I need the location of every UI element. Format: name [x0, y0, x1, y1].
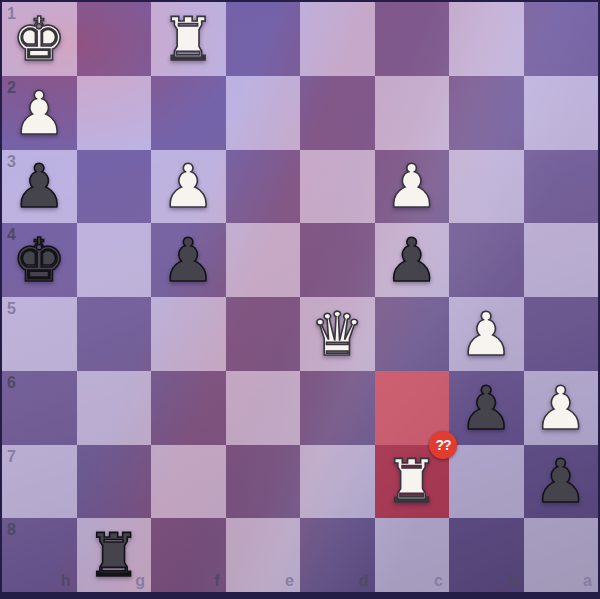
blunder-badge: ?? — [429, 431, 457, 459]
square-f6[interactable] — [151, 371, 226, 445]
white-pawn-piece[interactable]: ♟ — [385, 156, 439, 216]
square-b6[interactable]: ♟ — [449, 371, 524, 445]
white-queen-piece[interactable]: ♛ — [310, 304, 364, 364]
square-b7[interactable] — [449, 445, 524, 519]
black-pawn-piece[interactable]: ♟ — [12, 156, 66, 216]
square-d2[interactable] — [300, 76, 375, 150]
white-pawn-piece[interactable]: ♟ — [12, 83, 66, 143]
chess-board-window: 1♚♜2♟3♟♟♟4♚♟♟5♛♟6♟♟7♜??♟8hg♜fedcba — [0, 0, 600, 599]
square-e2[interactable] — [226, 76, 301, 150]
square-g7[interactable] — [77, 445, 152, 519]
square-g6[interactable] — [77, 371, 152, 445]
file-label-d: d — [359, 573, 369, 589]
file-label-g: g — [135, 573, 145, 589]
black-rook-piece[interactable]: ♜ — [87, 525, 141, 585]
square-h4[interactable]: 4♚ — [2, 223, 77, 297]
square-b3[interactable] — [449, 150, 524, 224]
square-h8[interactable]: 8h — [2, 518, 77, 592]
square-g3[interactable] — [77, 150, 152, 224]
rank-label-2: 2 — [7, 80, 16, 96]
square-b5[interactable]: ♟ — [449, 297, 524, 371]
square-g4[interactable] — [77, 223, 152, 297]
square-g2[interactable] — [77, 76, 152, 150]
square-d6[interactable] — [300, 371, 375, 445]
square-g1[interactable] — [77, 2, 152, 76]
white-pawn-piece[interactable]: ♟ — [161, 156, 215, 216]
black-pawn-piece[interactable]: ♟ — [385, 230, 439, 290]
square-b2[interactable] — [449, 76, 524, 150]
square-h1[interactable]: 1♚ — [2, 2, 77, 76]
square-h7[interactable]: 7 — [2, 445, 77, 519]
square-f5[interactable] — [151, 297, 226, 371]
square-c5[interactable] — [375, 297, 450, 371]
white-pawn-piece[interactable]: ♟ — [534, 378, 588, 438]
square-b8[interactable]: b — [449, 518, 524, 592]
rank-label-3: 3 — [7, 154, 16, 170]
square-b1[interactable] — [449, 2, 524, 76]
black-pawn-piece[interactable]: ♟ — [161, 230, 215, 290]
square-h6[interactable]: 6 — [2, 371, 77, 445]
white-rook-piece[interactable]: ♜ — [161, 9, 215, 69]
square-h5[interactable]: 5 — [2, 297, 77, 371]
square-d8[interactable]: d — [300, 518, 375, 592]
rank-label-6: 6 — [7, 375, 16, 391]
file-label-c: c — [434, 573, 443, 589]
square-a8[interactable]: a — [524, 518, 599, 592]
square-a1[interactable] — [524, 2, 599, 76]
file-label-f: f — [214, 573, 219, 589]
black-pawn-piece[interactable]: ♟ — [459, 378, 513, 438]
rank-label-7: 7 — [7, 449, 16, 465]
file-label-b: b — [508, 573, 518, 589]
square-a4[interactable] — [524, 223, 599, 297]
square-f2[interactable] — [151, 76, 226, 150]
file-label-h: h — [61, 573, 71, 589]
file-label-e: e — [285, 573, 294, 589]
square-e3[interactable] — [226, 150, 301, 224]
square-g5[interactable] — [77, 297, 152, 371]
square-c3[interactable]: ♟ — [375, 150, 450, 224]
square-a5[interactable] — [524, 297, 599, 371]
rank-label-4: 4 — [7, 227, 16, 243]
square-e7[interactable] — [226, 445, 301, 519]
square-d3[interactable] — [300, 150, 375, 224]
square-c8[interactable]: c — [375, 518, 450, 592]
square-a2[interactable] — [524, 76, 599, 150]
square-f8[interactable]: f — [151, 518, 226, 592]
square-b4[interactable] — [449, 223, 524, 297]
black-pawn-piece[interactable]: ♟ — [534, 451, 588, 511]
white-king-piece[interactable]: ♚ — [12, 9, 66, 69]
square-a6[interactable]: ♟ — [524, 371, 599, 445]
white-rook-piece[interactable]: ♜ — [385, 451, 439, 511]
square-d4[interactable] — [300, 223, 375, 297]
square-f3[interactable]: ♟ — [151, 150, 226, 224]
square-d5[interactable]: ♛ — [300, 297, 375, 371]
square-h2[interactable]: 2♟ — [2, 76, 77, 150]
square-e6[interactable] — [226, 371, 301, 445]
square-e8[interactable]: e — [226, 518, 301, 592]
square-d1[interactable] — [300, 2, 375, 76]
square-a3[interactable] — [524, 150, 599, 224]
square-e5[interactable] — [226, 297, 301, 371]
black-king-piece[interactable]: ♚ — [12, 230, 66, 290]
file-label-a: a — [583, 573, 592, 589]
square-f1[interactable]: ♜ — [151, 2, 226, 76]
square-c7[interactable]: ♜?? — [375, 445, 450, 519]
rank-label-1: 1 — [7, 6, 16, 22]
rank-label-8: 8 — [7, 522, 16, 538]
rank-label-5: 5 — [7, 301, 16, 317]
square-c4[interactable]: ♟ — [375, 223, 450, 297]
square-a7[interactable]: ♟ — [524, 445, 599, 519]
square-e4[interactable] — [226, 223, 301, 297]
square-c2[interactable] — [375, 76, 450, 150]
square-h3[interactable]: 3♟ — [2, 150, 77, 224]
square-f7[interactable] — [151, 445, 226, 519]
chess-board: 1♚♜2♟3♟♟♟4♚♟♟5♛♟6♟♟7♜??♟8hg♜fedcba — [2, 2, 598, 592]
square-g8[interactable]: g♜ — [77, 518, 152, 592]
square-f4[interactable]: ♟ — [151, 223, 226, 297]
square-e1[interactable] — [226, 2, 301, 76]
white-pawn-piece[interactable]: ♟ — [459, 304, 513, 364]
square-c1[interactable] — [375, 2, 450, 76]
square-d7[interactable] — [300, 445, 375, 519]
